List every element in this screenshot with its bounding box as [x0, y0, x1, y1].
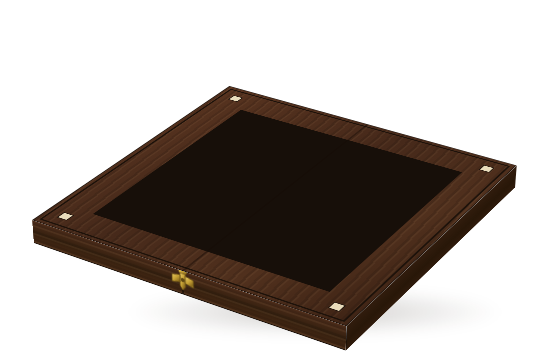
chess-set-photo: [0, 0, 533, 355]
